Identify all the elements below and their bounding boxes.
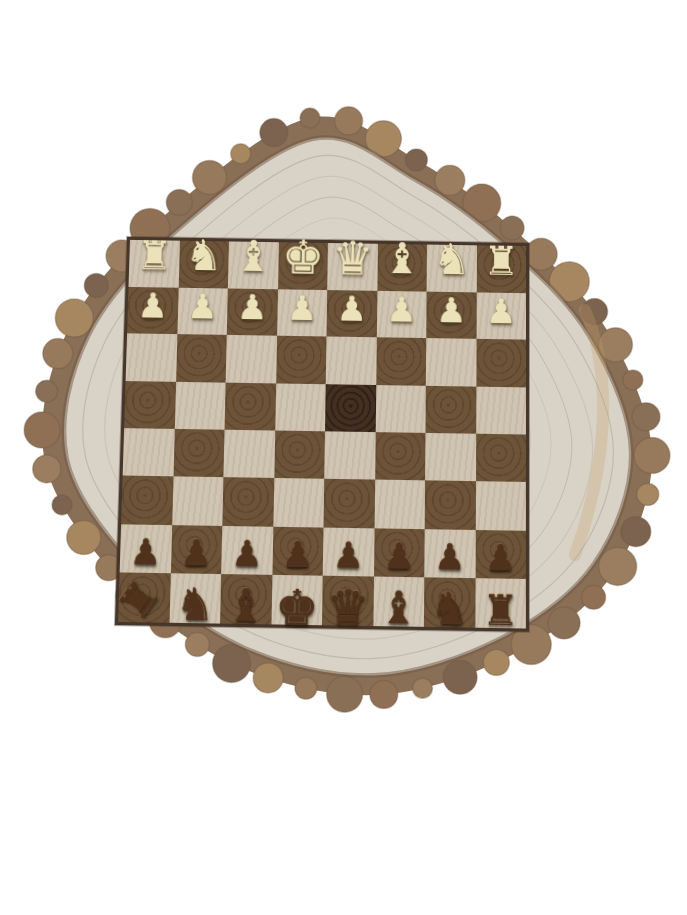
square-d5[interactable] — [324, 431, 375, 480]
square-e3[interactable] — [276, 336, 327, 384]
square-e1[interactable]: ♚ — [278, 242, 328, 290]
piece-black-pawn-a7[interactable]: ♟ — [485, 539, 516, 575]
square-b2[interactable]: ♟ — [426, 292, 476, 340]
square-c6[interactable] — [374, 480, 425, 529]
piece-black-bishop-c8[interactable]: ♝ — [379, 587, 418, 632]
square-c4[interactable] — [375, 385, 426, 433]
square-f3[interactable] — [226, 335, 277, 383]
square-f8[interactable]: ♝ — [220, 574, 272, 624]
square-c8[interactable]: ♝ — [373, 576, 424, 626]
piece-white-king-e1[interactable]: ♚ — [281, 233, 324, 281]
square-d4[interactable] — [325, 384, 376, 432]
piece-black-queen-d8[interactable]: ♛ — [326, 584, 369, 633]
square-e8[interactable]: ♚ — [271, 575, 323, 625]
square-b5[interactable] — [425, 433, 476, 482]
piece-white-rook-h1[interactable]: ♜ — [136, 235, 173, 276]
piece-black-rook-a8[interactable]: ♜ — [482, 589, 519, 632]
square-f2[interactable]: ♟ — [227, 289, 278, 337]
square-h2[interactable]: ♟ — [127, 287, 178, 335]
square-e5[interactable] — [274, 431, 325, 480]
square-a8[interactable]: ♜ — [475, 578, 526, 628]
square-f1[interactable]: ♝ — [228, 241, 279, 289]
piece-black-pawn-d7[interactable]: ♟ — [333, 537, 365, 573]
chess-board: ♜♞♝♚♛♝♞♜♟♟♟♟♟♟♟♟♟♟♟♟♟♟♟♟♜♞♝♚♛♝♞♜ — [115, 237, 529, 632]
square-e2[interactable]: ♟ — [277, 289, 328, 337]
square-b4[interactable] — [425, 385, 475, 433]
piece-black-pawn-h7[interactable]: ♟ — [129, 534, 161, 570]
square-f4[interactable] — [225, 382, 276, 430]
piece-black-king-e8[interactable]: ♚ — [275, 582, 319, 632]
square-h4[interactable] — [124, 381, 176, 429]
photo-canvas: ♜♞♝♚♛♝♞♜♟♟♟♟♟♟♟♟♟♟♟♟♟♟♟♟♜♞♝♚♛♝♞♜ — [0, 0, 687, 915]
square-b8[interactable]: ♞ — [424, 577, 475, 627]
piece-white-pawn-d2[interactable]: ♟ — [336, 291, 367, 326]
piece-white-bishop-c1[interactable]: ♝ — [383, 237, 421, 280]
square-f6[interactable] — [222, 477, 274, 526]
square-e6[interactable] — [273, 478, 324, 527]
piece-white-pawn-g2[interactable]: ♟ — [187, 289, 219, 324]
square-g4[interactable] — [174, 382, 225, 430]
piece-white-pawn-c2[interactable]: ♟ — [386, 292, 417, 327]
square-b1[interactable]: ♞ — [427, 245, 477, 293]
square-c7[interactable]: ♟ — [374, 528, 425, 577]
piece-white-pawn-f2[interactable]: ♟ — [237, 290, 268, 325]
square-a3[interactable] — [476, 339, 526, 387]
piece-black-bishop-f8[interactable]: ♝ — [226, 584, 266, 629]
square-d3[interactable] — [326, 337, 377, 385]
piece-black-knight-g8[interactable]: ♞ — [175, 583, 215, 628]
square-e7[interactable]: ♟ — [272, 526, 324, 575]
square-g6[interactable] — [172, 477, 224, 526]
square-b6[interactable] — [425, 481, 476, 530]
square-h7[interactable]: ♟ — [120, 524, 172, 573]
square-g7[interactable]: ♟ — [170, 525, 222, 574]
square-c3[interactable] — [376, 338, 426, 386]
piece-white-pawn-h2[interactable]: ♟ — [137, 288, 169, 323]
square-g1[interactable]: ♞ — [178, 241, 229, 289]
square-g2[interactable]: ♟ — [177, 288, 228, 336]
piece-white-queen-d1[interactable]: ♛ — [331, 235, 373, 282]
square-b7[interactable]: ♟ — [424, 529, 475, 578]
square-d8[interactable]: ♛ — [322, 576, 374, 626]
piece-white-pawn-e2[interactable]: ♟ — [286, 291, 317, 326]
square-h5[interactable] — [123, 428, 175, 477]
square-a4[interactable] — [476, 386, 526, 434]
piece-white-pawn-b2[interactable]: ♟ — [436, 293, 467, 328]
square-a1[interactable]: ♜ — [476, 245, 526, 293]
square-c5[interactable] — [375, 432, 426, 481]
square-d2[interactable]: ♟ — [326, 290, 376, 338]
square-d6[interactable] — [323, 479, 374, 528]
piece-black-pawn-c7[interactable]: ♟ — [383, 538, 415, 574]
square-b3[interactable] — [426, 338, 476, 386]
piece-black-pawn-f7[interactable]: ♟ — [231, 535, 263, 571]
piece-white-pawn-a2[interactable]: ♟ — [486, 294, 517, 329]
square-f7[interactable]: ♟ — [221, 526, 273, 575]
piece-black-rook-h8[interactable]: ♜ — [111, 573, 166, 628]
square-h1[interactable]: ♜ — [129, 240, 180, 288]
piece-black-pawn-e7[interactable]: ♟ — [282, 536, 314, 572]
square-a7[interactable]: ♟ — [475, 530, 526, 579]
square-h6[interactable] — [121, 476, 173, 525]
piece-black-knight-b8[interactable]: ♞ — [430, 587, 469, 632]
square-c1[interactable]: ♝ — [377, 244, 427, 292]
square-d7[interactable]: ♟ — [323, 527, 374, 576]
piece-white-bishop-f1[interactable]: ♝ — [234, 235, 273, 278]
square-h3[interactable] — [126, 334, 177, 382]
square-f5[interactable] — [223, 430, 274, 479]
square-h8[interactable]: ♜ — [118, 572, 170, 622]
square-g5[interactable] — [173, 429, 225, 478]
piece-white-rook-a1[interactable]: ♜ — [483, 240, 519, 281]
piece-black-pawn-g7[interactable]: ♟ — [180, 534, 212, 570]
square-a6[interactable] — [475, 482, 526, 531]
piece-white-knight-b1[interactable]: ♞ — [433, 238, 471, 281]
piece-black-pawn-b7[interactable]: ♟ — [434, 539, 465, 575]
square-a2[interactable]: ♟ — [476, 292, 526, 340]
square-g3[interactable] — [176, 334, 227, 382]
square-d1[interactable]: ♛ — [327, 243, 377, 291]
square-g8[interactable]: ♞ — [169, 573, 221, 623]
piece-white-knight-g1[interactable]: ♞ — [184, 234, 223, 277]
square-c2[interactable]: ♟ — [376, 291, 426, 339]
square-a5[interactable] — [476, 434, 526, 483]
square-e4[interactable] — [275, 383, 326, 431]
